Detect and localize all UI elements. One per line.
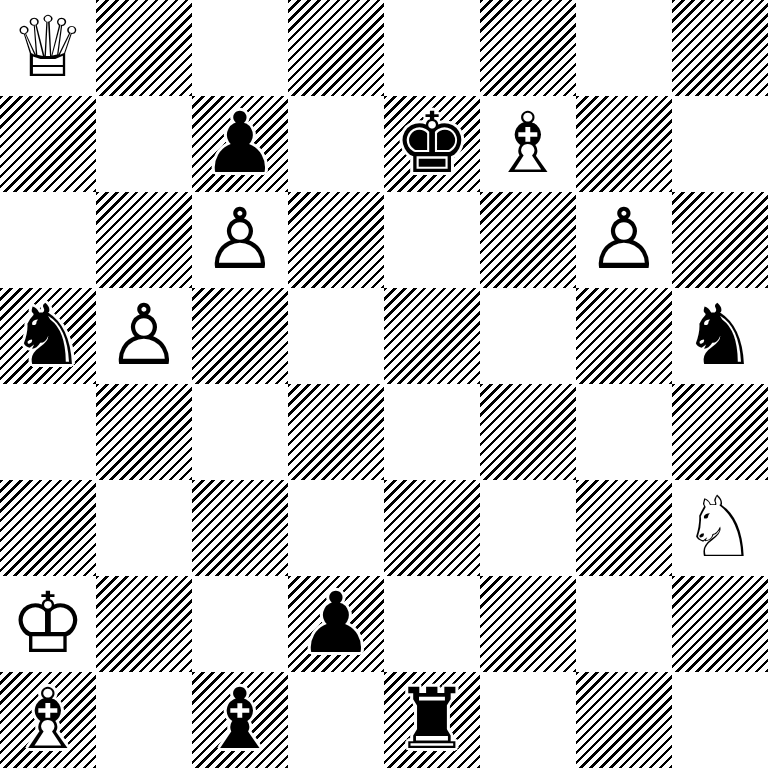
- square-b5[interactable]: ♟♙: [96, 288, 192, 384]
- square-e7[interactable]: ♚♚: [384, 96, 480, 192]
- square-a2[interactable]: ♚♔: [0, 576, 96, 672]
- square-g8[interactable]: [576, 0, 672, 96]
- square-f5[interactable]: [480, 288, 576, 384]
- piece-glyph: ♟: [288, 576, 384, 672]
- square-e3[interactable]: [384, 480, 480, 576]
- piece-black-rook: ♜♜: [384, 672, 480, 768]
- piece-glyph: ♜: [384, 672, 480, 768]
- chess-board: ♛♕♟♟♚♚♝♗♟♙♟♙♞♞♟♙♞♞♞♘♚♔♟♟♝♗♝♝♜♜: [0, 0, 768, 768]
- piece-black-pawn: ♟♟: [192, 96, 288, 192]
- square-h6[interactable]: [672, 192, 768, 288]
- square-f6[interactable]: [480, 192, 576, 288]
- square-d3[interactable]: [288, 480, 384, 576]
- square-e2[interactable]: [384, 576, 480, 672]
- square-a1[interactable]: ♝♗: [0, 672, 96, 768]
- square-g2[interactable]: [576, 576, 672, 672]
- square-f8[interactable]: [480, 0, 576, 96]
- piece-white-knight: ♞♘: [672, 480, 768, 576]
- piece-glyph: ♗: [480, 96, 576, 192]
- square-h2[interactable]: [672, 576, 768, 672]
- square-f4[interactable]: [480, 384, 576, 480]
- square-g4[interactable]: [576, 384, 672, 480]
- square-c2[interactable]: [192, 576, 288, 672]
- piece-white-king: ♚♔: [0, 576, 96, 672]
- square-c7[interactable]: ♟♟: [192, 96, 288, 192]
- square-d4[interactable]: [288, 384, 384, 480]
- square-h8[interactable]: [672, 0, 768, 96]
- piece-white-pawn: ♟♙: [96, 288, 192, 384]
- square-b7[interactable]: [96, 96, 192, 192]
- piece-white-pawn: ♟♙: [192, 192, 288, 288]
- square-a4[interactable]: [0, 384, 96, 480]
- square-g6[interactable]: ♟♙: [576, 192, 672, 288]
- square-b8[interactable]: [96, 0, 192, 96]
- piece-black-bishop: ♝♝: [192, 672, 288, 768]
- square-d5[interactable]: [288, 288, 384, 384]
- square-e8[interactable]: [384, 0, 480, 96]
- square-b3[interactable]: [96, 480, 192, 576]
- square-g5[interactable]: [576, 288, 672, 384]
- square-h4[interactable]: [672, 384, 768, 480]
- piece-black-knight: ♞♞: [0, 288, 96, 384]
- square-f2[interactable]: [480, 576, 576, 672]
- square-d8[interactable]: [288, 0, 384, 96]
- square-c4[interactable]: [192, 384, 288, 480]
- square-c5[interactable]: [192, 288, 288, 384]
- piece-glyph: ♗: [0, 672, 96, 768]
- square-b2[interactable]: [96, 576, 192, 672]
- piece-glyph: ♚: [384, 96, 480, 192]
- piece-glyph: ♙: [192, 192, 288, 288]
- piece-glyph: ♙: [96, 288, 192, 384]
- piece-glyph: ♙: [576, 192, 672, 288]
- square-h1[interactable]: [672, 672, 768, 768]
- piece-glyph: ♝: [192, 672, 288, 768]
- square-f3[interactable]: [480, 480, 576, 576]
- piece-white-queen: ♛♕: [0, 0, 96, 96]
- piece-glyph: ♞: [672, 288, 768, 384]
- square-g7[interactable]: [576, 96, 672, 192]
- piece-black-pawn: ♟♟: [288, 576, 384, 672]
- square-b1[interactable]: [96, 672, 192, 768]
- square-f7[interactable]: ♝♗: [480, 96, 576, 192]
- square-d7[interactable]: [288, 96, 384, 192]
- square-c8[interactable]: [192, 0, 288, 96]
- square-a8[interactable]: ♛♕: [0, 0, 96, 96]
- piece-white-bishop: ♝♗: [0, 672, 96, 768]
- piece-glyph: ♘: [672, 480, 768, 576]
- square-e5[interactable]: [384, 288, 480, 384]
- square-c6[interactable]: ♟♙: [192, 192, 288, 288]
- square-d6[interactable]: [288, 192, 384, 288]
- piece-black-king: ♚♚: [384, 96, 480, 192]
- square-e1[interactable]: ♜♜: [384, 672, 480, 768]
- piece-white-pawn: ♟♙: [576, 192, 672, 288]
- square-d2[interactable]: ♟♟: [288, 576, 384, 672]
- square-a6[interactable]: [0, 192, 96, 288]
- square-h3[interactable]: ♞♘: [672, 480, 768, 576]
- piece-glyph: ♞: [0, 288, 96, 384]
- square-e6[interactable]: [384, 192, 480, 288]
- square-c1[interactable]: ♝♝: [192, 672, 288, 768]
- square-h7[interactable]: [672, 96, 768, 192]
- square-g1[interactable]: [576, 672, 672, 768]
- piece-white-bishop: ♝♗: [480, 96, 576, 192]
- piece-glyph: ♟: [192, 96, 288, 192]
- square-d1[interactable]: [288, 672, 384, 768]
- square-g3[interactable]: [576, 480, 672, 576]
- square-f1[interactable]: [480, 672, 576, 768]
- piece-glyph: ♕: [0, 0, 96, 96]
- square-c3[interactable]: [192, 480, 288, 576]
- square-a5[interactable]: ♞♞: [0, 288, 96, 384]
- square-b4[interactable]: [96, 384, 192, 480]
- square-b6[interactable]: [96, 192, 192, 288]
- piece-glyph: ♔: [0, 576, 96, 672]
- piece-black-knight: ♞♞: [672, 288, 768, 384]
- square-e4[interactable]: [384, 384, 480, 480]
- square-h5[interactable]: ♞♞: [672, 288, 768, 384]
- square-a3[interactable]: [0, 480, 96, 576]
- square-a7[interactable]: [0, 96, 96, 192]
